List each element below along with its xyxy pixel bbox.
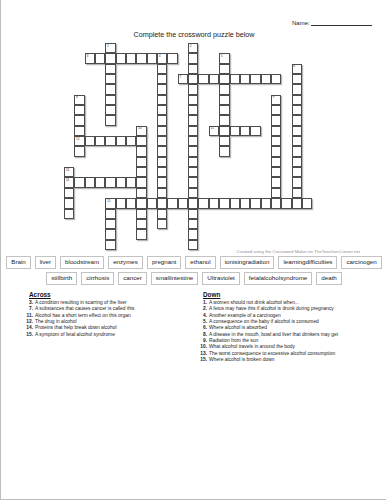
grid-cell[interactable] xyxy=(157,177,167,187)
clue-text: Alcohol has a short term effect on this … xyxy=(35,313,131,318)
grid-cell[interactable] xyxy=(136,229,146,239)
grid-cell[interactable] xyxy=(219,136,229,146)
grid-cell[interactable] xyxy=(271,188,281,198)
grid-cell[interactable] xyxy=(198,74,208,84)
grid-cell[interactable] xyxy=(230,198,240,208)
grid-cell[interactable] xyxy=(292,167,302,177)
word-bank-row-1: Brainliverbloodstreamenzymespregnantetha… xyxy=(1,256,386,269)
grid-cell[interactable] xyxy=(230,126,240,136)
grid-cell[interactable]: 12 xyxy=(74,136,84,146)
grid-cell[interactable] xyxy=(188,219,198,229)
grid-cell[interactable] xyxy=(188,229,198,239)
grid-cell[interactable] xyxy=(105,53,115,63)
grid-cell[interactable]: 6 xyxy=(292,64,302,74)
grid-cell[interactable] xyxy=(219,198,229,208)
grid-cell[interactable] xyxy=(188,53,198,63)
grid-cell[interactable] xyxy=(136,157,146,167)
cell-clue-number: 12 xyxy=(76,137,79,141)
grid-cell[interactable] xyxy=(147,53,157,63)
grid-cell[interactable] xyxy=(116,136,126,146)
grid-cell[interactable] xyxy=(292,105,302,115)
grid-cell[interactable] xyxy=(240,198,250,208)
grid-cell[interactable] xyxy=(157,126,167,136)
grid-cell[interactable] xyxy=(178,198,188,208)
word-bank-word: ionisingradiation xyxy=(220,256,275,269)
cell-clue-number: 15 xyxy=(107,199,110,203)
clue-text: Where alcohol is absorbed xyxy=(209,325,267,330)
grid-cell[interactable] xyxy=(74,146,84,156)
grid-cell[interactable]: 9 xyxy=(271,95,281,105)
grid-cell[interactable] xyxy=(136,146,146,156)
cell-clue-number: 10 xyxy=(138,126,141,130)
grid-cell[interactable] xyxy=(64,198,74,208)
grid-cell[interactable] xyxy=(64,188,74,198)
down-clues: Down 1.A women should not drink alcohol … xyxy=(197,291,383,363)
clue-text: A condition resulting in scarring of the… xyxy=(35,300,127,305)
grid-cell[interactable]: 1 xyxy=(105,43,115,53)
grid-cell[interactable] xyxy=(95,177,105,187)
grid-cell[interactable] xyxy=(105,219,115,229)
grid-cell[interactable] xyxy=(219,64,229,74)
grid-cell[interactable] xyxy=(188,84,198,94)
grid-cell[interactable] xyxy=(292,136,302,146)
grid-cell[interactable] xyxy=(116,177,126,187)
word-bank-word: cancer xyxy=(118,272,147,285)
grid-cell[interactable] xyxy=(167,53,177,63)
clue-text: A disease in the mouth, bowl and liver t… xyxy=(209,332,338,337)
grid-cell[interactable] xyxy=(105,177,115,187)
grid-cell[interactable] xyxy=(302,198,312,208)
word-bank-word: death xyxy=(316,272,341,285)
grid-cell[interactable]: 15 xyxy=(105,198,115,208)
grid-cell[interactable] xyxy=(250,126,260,136)
grid-cell[interactable] xyxy=(64,209,74,219)
grid-cell[interactable] xyxy=(116,198,126,208)
grid-cell[interactable] xyxy=(157,115,167,125)
clue-text: A fetus may have this if alcohol is drun… xyxy=(209,306,334,311)
grid-cell[interactable] xyxy=(105,115,115,125)
grid-cell[interactable] xyxy=(219,115,229,125)
grid-cell[interactable] xyxy=(292,146,302,156)
cell-clue-number: 4 xyxy=(159,54,161,58)
grid-cell[interactable] xyxy=(147,198,157,208)
name-row: Name: xyxy=(292,18,372,26)
across-clues: Across 3.A condition resulting in scarri… xyxy=(23,291,191,338)
clue-text: Proteins that help break down alcohol xyxy=(35,325,117,330)
down-clue: 15.Where alcohol is broken down xyxy=(197,357,383,363)
grid-cell[interactable] xyxy=(271,198,281,208)
grid-cell[interactable] xyxy=(209,198,219,208)
grid-cell[interactable] xyxy=(157,188,167,198)
grid-cell[interactable] xyxy=(271,177,281,187)
grid-cell[interactable] xyxy=(157,64,167,74)
grid-cell[interactable] xyxy=(105,64,115,74)
grid-cell[interactable] xyxy=(167,198,177,208)
grid-cell[interactable] xyxy=(219,74,229,84)
grid-cell[interactable] xyxy=(105,95,115,105)
grid-cell[interactable] xyxy=(126,198,136,208)
grid-cell[interactable] xyxy=(250,198,260,208)
grid-cell[interactable]: 13 xyxy=(64,167,74,177)
down-heading: Down xyxy=(203,291,383,298)
grid-cell[interactable] xyxy=(157,219,167,229)
grid-cell[interactable] xyxy=(271,115,281,125)
grid-cell[interactable] xyxy=(116,53,126,63)
grid-cell[interactable] xyxy=(188,74,198,84)
grid-cell[interactable] xyxy=(188,95,198,105)
grid-cell[interactable] xyxy=(136,177,146,187)
grid-cell[interactable]: 7 xyxy=(178,74,188,84)
grid-cell[interactable] xyxy=(95,136,105,146)
across-heading: Across xyxy=(29,291,191,298)
grid-cell[interactable] xyxy=(188,209,198,219)
grid-cell[interactable] xyxy=(157,136,167,146)
grid-cell[interactable] xyxy=(136,209,146,219)
crossword-grid: 123456789101112131415 xyxy=(64,43,312,250)
clue-text: A women should not drink alcohol when... xyxy=(209,300,299,305)
grid-cell[interactable] xyxy=(74,105,84,115)
grid-cell[interactable] xyxy=(188,198,198,208)
clue-number: 15. xyxy=(197,357,207,363)
grid-cell[interactable] xyxy=(74,115,84,125)
grid-cell[interactable] xyxy=(188,146,198,156)
grid-cell[interactable] xyxy=(188,136,198,146)
word-bank-word: Ultraviolet xyxy=(202,272,240,285)
grid-cell[interactable] xyxy=(157,105,167,115)
grid-cell[interactable] xyxy=(157,74,167,84)
grid-cell[interactable] xyxy=(74,177,84,187)
name-blank-line[interactable] xyxy=(311,18,372,26)
cell-clue-number: 1 xyxy=(107,44,109,48)
cell-clue-number: 2 xyxy=(190,44,192,48)
across-clue: 15.A symptom of fetal alcohol syndrome xyxy=(23,332,191,338)
grid-cell[interactable] xyxy=(157,95,167,105)
grid-cell[interactable] xyxy=(157,167,167,177)
grid-cell[interactable] xyxy=(188,105,198,115)
cell-clue-number: 13 xyxy=(66,168,69,172)
grid-cell[interactable] xyxy=(292,188,302,198)
cell-clue-number: 3 xyxy=(86,54,88,58)
grid-cell[interactable] xyxy=(136,219,146,229)
grid-cell[interactable]: 2 xyxy=(188,43,198,53)
grid-cell[interactable] xyxy=(281,198,291,208)
word-bank-word: liver xyxy=(35,256,56,269)
word-bank-word: ethanol xyxy=(185,256,215,269)
grid-cell[interactable] xyxy=(271,105,281,115)
grid-cell[interactable] xyxy=(188,188,198,198)
clue-number: 15. xyxy=(23,332,33,338)
word-bank-word: smallintestine xyxy=(151,272,199,285)
grid-cell[interactable] xyxy=(219,146,229,156)
clue-text: Another example of a carcinogen xyxy=(209,313,281,318)
word-bank-word: Brain xyxy=(6,256,30,269)
grid-cell[interactable] xyxy=(271,74,281,84)
grid-cell[interactable] xyxy=(271,157,281,167)
grid-cell[interactable] xyxy=(292,95,302,105)
grid-cell[interactable] xyxy=(157,209,167,219)
word-bank-word: enzymes xyxy=(108,256,143,269)
clue-text: Where alcohol is broken down xyxy=(209,357,275,362)
grid-cell[interactable] xyxy=(105,229,115,239)
grid-cell[interactable] xyxy=(95,53,105,63)
word-bank-word: stillbirth xyxy=(46,272,77,285)
grid-cell[interactable] xyxy=(157,84,167,94)
grid-cell[interactable] xyxy=(240,74,250,84)
cell-clue-number: 5 xyxy=(221,54,223,58)
word-bank-word: carcinogen xyxy=(341,256,381,269)
grid-cell[interactable] xyxy=(74,126,84,136)
clue-text: A symptom of fetal alcohol syndrome xyxy=(35,332,115,337)
grid-cell[interactable] xyxy=(240,126,250,136)
word-bank: Brainliverbloodstreamenzymespregnantetha… xyxy=(1,256,386,287)
grid-cell[interactable] xyxy=(105,84,115,94)
grid-cell[interactable] xyxy=(157,146,167,156)
name-label: Name: xyxy=(292,20,310,26)
word-bank-word: bloodstream xyxy=(60,256,104,269)
grid-cell[interactable]: 5 xyxy=(219,53,229,63)
word-bank-word: cirrhosis xyxy=(81,272,114,285)
clue-text: A substances that causes cancer is calle… xyxy=(35,306,135,311)
cell-clue-number: 9 xyxy=(273,95,275,99)
grid-cell[interactable] xyxy=(198,198,208,208)
clue-text: Radiation from the sun xyxy=(209,338,258,343)
grid-cell[interactable] xyxy=(157,198,167,208)
grid-cell[interactable] xyxy=(126,53,136,63)
grid-cell[interactable] xyxy=(292,84,302,94)
grid-cell[interactable] xyxy=(292,177,302,187)
cell-clue-number: 6 xyxy=(293,64,295,68)
grid-cell[interactable] xyxy=(219,105,229,115)
word-bank-word: fetalalcoholsyndrome xyxy=(244,272,312,285)
cell-clue-number: 11 xyxy=(211,126,214,130)
grid-cell[interactable] xyxy=(219,126,229,136)
grid-cell[interactable] xyxy=(292,126,302,136)
grid-cell[interactable] xyxy=(105,209,115,219)
grid-cell[interactable] xyxy=(271,136,281,146)
grid-cell[interactable] xyxy=(261,198,271,208)
grid-cell[interactable] xyxy=(209,74,219,84)
grid-cell[interactable]: 3 xyxy=(85,53,95,63)
clue-text: A consequence on the baby if alcohol is … xyxy=(209,319,319,324)
grid-cell[interactable]: 11 xyxy=(209,126,219,136)
grid-cell[interactable] xyxy=(188,126,198,136)
grid-cell[interactable] xyxy=(219,95,229,105)
grid-cell[interactable] xyxy=(188,157,198,167)
grid-cell[interactable] xyxy=(271,126,281,136)
grid-cell[interactable] xyxy=(105,105,115,115)
grid-cell[interactable] xyxy=(126,177,136,187)
grid-cell[interactable]: 8 xyxy=(74,95,84,105)
grid-cell[interactable] xyxy=(126,136,136,146)
grid-cell[interactable] xyxy=(136,136,146,146)
cell-clue-number: 7 xyxy=(179,75,181,79)
grid-cell[interactable]: 4 xyxy=(157,53,167,63)
grid-cell[interactable] xyxy=(136,167,146,177)
grid-cell[interactable] xyxy=(271,146,281,156)
grid-cell[interactable] xyxy=(188,167,198,177)
word-bank-row-2: stillbirthcirrhosiscancersmallintestineU… xyxy=(1,272,386,285)
grid-cell[interactable] xyxy=(136,53,146,63)
grid-cell[interactable] xyxy=(292,157,302,167)
grid-cell[interactable] xyxy=(188,115,198,125)
page-title: Complete the crossword puzzle below xyxy=(1,30,386,39)
cell-clue-number: 8 xyxy=(76,95,78,99)
grid-cell[interactable] xyxy=(250,74,260,84)
grid-cell[interactable] xyxy=(219,84,229,94)
grid-cell[interactable] xyxy=(271,167,281,177)
attribution-text: Created using the Crossword Maker on The… xyxy=(1,249,360,254)
clue-text: What alcohol travels in around the body xyxy=(209,344,295,349)
word-bank-word: pregnant xyxy=(147,256,181,269)
grid-cell[interactable] xyxy=(105,74,115,84)
grid-cell[interactable] xyxy=(292,115,302,125)
grid-cell[interactable] xyxy=(105,136,115,146)
grid-cell[interactable] xyxy=(230,74,240,84)
grid-cell[interactable] xyxy=(136,188,146,198)
grid-cell[interactable]: 14 xyxy=(64,177,74,187)
grid-cell[interactable] xyxy=(188,64,198,74)
clue-text: The drug in alcohol xyxy=(35,319,77,324)
worksheet-page: Name: Complete the crossword puzzle belo… xyxy=(0,0,386,500)
word-bank-word: learningdifficulties xyxy=(278,256,337,269)
grid-cell[interactable]: 10 xyxy=(136,126,146,136)
grid-cell[interactable] xyxy=(292,74,302,84)
grid-cell[interactable] xyxy=(188,177,198,187)
grid-cell[interactable] xyxy=(136,198,146,208)
clue-text: The worst consequence to excessive alcoh… xyxy=(209,351,335,356)
grid-cell[interactable] xyxy=(292,198,302,208)
grid-cell[interactable] xyxy=(261,74,271,84)
grid-cell[interactable] xyxy=(85,177,95,187)
grid-cell[interactable] xyxy=(157,157,167,167)
grid-cell[interactable] xyxy=(85,136,95,146)
cell-clue-number: 14 xyxy=(66,178,69,182)
